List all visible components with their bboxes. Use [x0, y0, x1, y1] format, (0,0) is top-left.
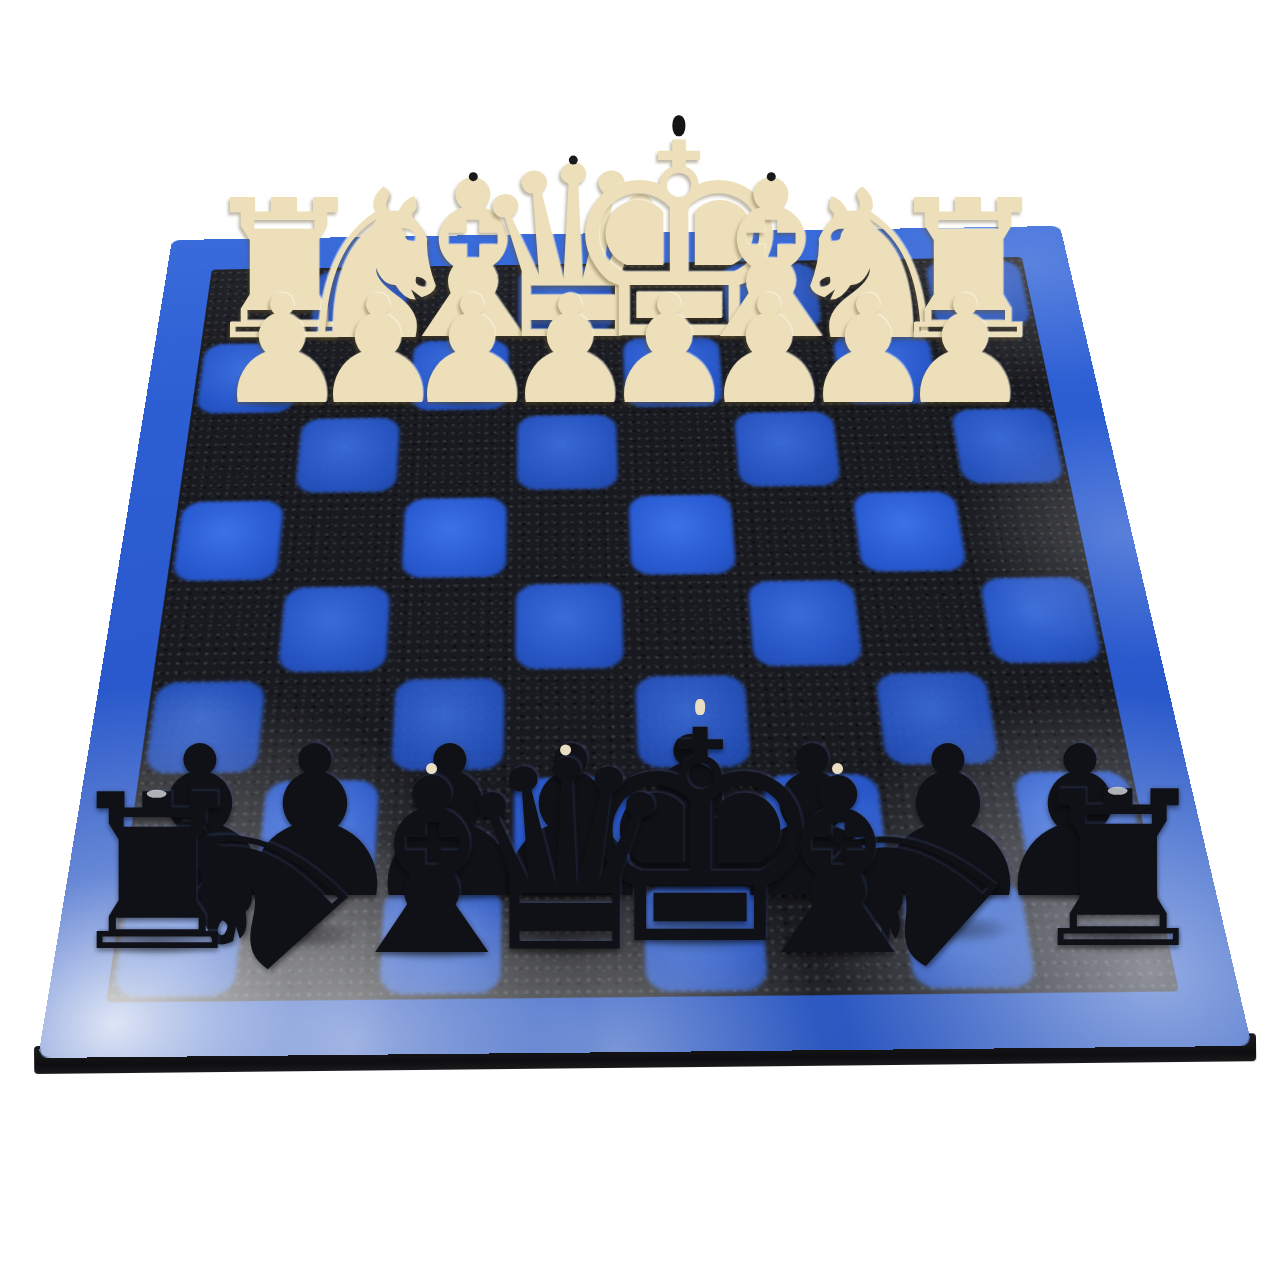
finial-tip: [672, 115, 685, 136]
square-r3c6[interactable]: [847, 487, 974, 575]
square-r3c7[interactable]: [959, 486, 1090, 575]
square-r4c7[interactable]: [973, 573, 1109, 668]
piece-black-bishop[interactable]: ♝: [324, 747, 541, 989]
square-r4c3[interactable]: [510, 579, 629, 674]
finial-tip: [695, 699, 705, 715]
square-r3c2[interactable]: [396, 494, 512, 582]
square-r3c4[interactable]: [623, 491, 741, 579]
square-r4c2[interactable]: [391, 581, 511, 676]
photo-stage: ♜♞♝♛♚♝♞♜♟♟♟♟♟♟♟♟♟♟♟♟♟♟♟♟♜♞♝♛♚♝♞♜: [0, 0, 1280, 1280]
finial-tip: [147, 789, 167, 797]
square-r4c6[interactable]: [857, 574, 989, 669]
piece-white-pawn[interactable]: ♟: [898, 275, 1032, 425]
square-r4c0[interactable]: [153, 584, 281, 679]
piece-black-bishop[interactable]: ♝: [730, 747, 947, 989]
square-r4c5[interactable]: [742, 576, 869, 671]
square-r4c4[interactable]: [626, 578, 749, 673]
square-r3c1[interactable]: [281, 495, 401, 583]
finial-tip: [426, 763, 437, 774]
square-r3c5[interactable]: [735, 489, 858, 577]
square-r3c3[interactable]: [511, 492, 626, 580]
finial-tip: [767, 172, 776, 181]
square-r3c0[interactable]: [166, 497, 289, 585]
finial-tip: [832, 763, 843, 774]
finial-tip: [1108, 786, 1128, 794]
square-r4c1[interactable]: [272, 582, 396, 677]
finial-tip: [560, 744, 571, 755]
piece-black-rook[interactable]: ♜: [1022, 763, 1215, 978]
piece-black-rook[interactable]: ♜: [61, 766, 254, 981]
